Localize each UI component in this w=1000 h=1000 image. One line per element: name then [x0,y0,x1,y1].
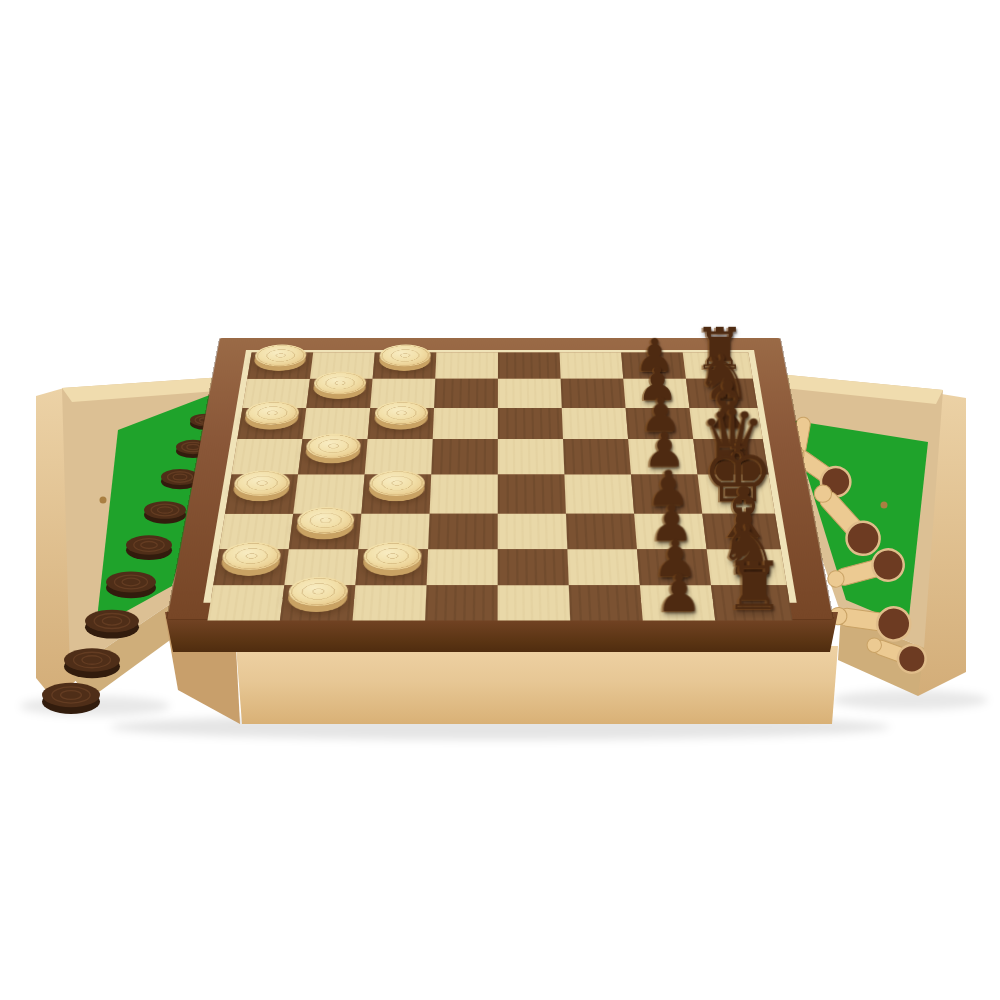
light-checker [220,542,282,570]
light-checker [374,401,428,424]
board-cell [498,585,571,620]
chess-board: ♟♜♟♞♟♝♟♛♟♚♟♝♟♞♟♜ [167,338,833,619]
board-cell [356,549,429,585]
product-photo: ♟♜♟♞♟♝♟♛♟♚♟♝♟♞♟♜ [0,0,1000,1000]
board-cell [566,514,637,550]
board-cell [569,585,643,620]
light-checker [312,372,366,395]
light-checker [295,507,354,534]
light-checker [305,434,362,459]
board-cell [207,585,284,620]
board-cell [498,439,565,474]
board-cell [231,439,302,474]
board-cell [433,408,498,439]
board-cell [562,408,628,439]
board-cell [373,353,437,379]
board-cell [237,408,306,439]
board-cell [298,439,368,474]
board-cell [561,379,626,408]
board-cell [427,549,498,585]
board-cell [498,379,562,408]
board-grid: ♟♜♟♞♟♝♟♛♟♚♟♝♟♞♟♜ [211,353,789,600]
board-cell [498,514,568,550]
dark-pawn: ♟ [656,567,703,619]
board-cell [280,585,356,620]
board-cell [353,585,427,620]
board-cell [431,439,498,474]
light-checker [253,345,307,367]
board-cell [498,475,566,514]
board-border-line: ♟♜♟♞♟♝♟♛♟♚♟♝♟♞♟♜ [203,350,796,603]
board-cell [565,475,635,514]
board-cell [368,408,435,439]
board-cell [247,353,313,379]
board-cell [428,514,498,550]
board-cell [289,514,362,550]
board-cell [563,439,631,474]
board-cell [365,439,433,474]
board-cell [425,585,498,620]
board-scene: ♟♜♟♞♟♝♟♛♟♚♟♝♟♞♟♜ [0,0,1000,1000]
light-checker [232,470,291,496]
light-checker [362,542,422,570]
light-checker [378,345,430,367]
board-cell [568,549,641,585]
light-checker [287,577,349,606]
board-cell [435,353,498,379]
board-cell: ♜ [712,585,793,620]
board-cell [306,379,372,408]
board-cell: ♟ [640,585,715,620]
board-cell [213,549,289,585]
board-cell [498,408,563,439]
light-checker [368,470,425,496]
board-cell [560,353,624,379]
board-cell [430,475,498,514]
board-cell [225,475,298,514]
board-cell [362,475,432,514]
board-cell [434,379,498,408]
board-cell [498,353,561,379]
board-cell [498,549,569,585]
dark-rook: ♜ [724,553,784,620]
light-checker [243,401,299,424]
